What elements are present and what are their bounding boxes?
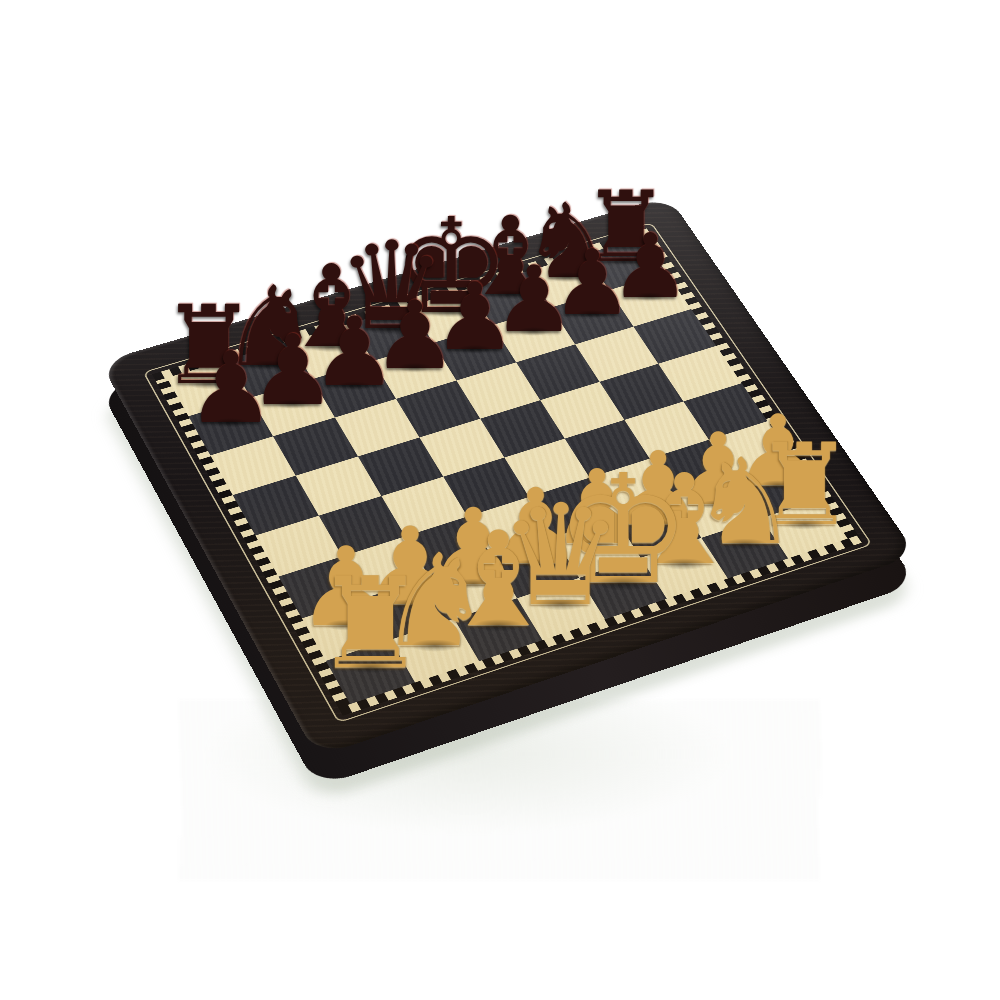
chessboard bbox=[100, 196, 917, 757]
chess-set-photo: ♜♞♝♛♚♝♞♜♟♟♟♟♟♟♟♟♟♟♟♟♟♟♟♟♜♞♝♛♚♝♞♜ bbox=[0, 0, 1000, 1000]
